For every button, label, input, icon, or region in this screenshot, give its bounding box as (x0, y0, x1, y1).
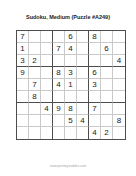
cell-r4c9 (113, 67, 125, 79)
cell-r3c8 (101, 55, 113, 67)
cell-r1c1: 7 (17, 31, 29, 43)
cell-r1c7: 8 (89, 31, 101, 43)
cell-r5c8 (101, 79, 113, 91)
cell-r5c9 (113, 79, 125, 91)
cell-r3c1: 3 (17, 55, 29, 67)
cell-r3c2: 2 (29, 55, 41, 67)
cell-r8c9: 8 (113, 115, 125, 127)
cell-r2c2 (29, 43, 41, 55)
cell-r9c5 (65, 127, 77, 139)
cell-r6c6 (77, 91, 89, 103)
cell-r5c4: 4 (53, 79, 65, 91)
cell-r7c1 (17, 103, 29, 115)
cell-r2c3 (41, 43, 53, 55)
cell-r1c6 (77, 31, 89, 43)
cell-r8c3 (41, 115, 53, 127)
cell-r6c4 (53, 91, 65, 103)
sudoku-grid: 7681746324983674138498754842 (16, 30, 126, 140)
cell-r4c1: 9 (17, 67, 29, 79)
cell-r4c7: 6 (89, 67, 101, 79)
cell-r7c5: 8 (65, 103, 77, 115)
cell-r2c9 (113, 43, 125, 55)
cell-r6c1 (17, 91, 29, 103)
cell-r3c9: 4 (113, 55, 125, 67)
cell-r2c7 (89, 43, 101, 55)
cell-r1c5: 6 (65, 31, 77, 43)
cell-r3c3 (41, 55, 53, 67)
cell-r4c4: 8 (53, 67, 65, 79)
cell-r2c6 (77, 43, 89, 55)
cell-r9c6 (77, 127, 89, 139)
cell-r8c7 (89, 115, 101, 127)
cell-r9c3 (41, 127, 53, 139)
cell-r9c2 (29, 127, 41, 139)
cell-r5c1 (17, 79, 29, 91)
cell-r3c5 (65, 55, 77, 67)
cell-r5c7: 3 (89, 79, 101, 91)
cell-r1c3 (41, 31, 53, 43)
cell-r7c6 (77, 103, 89, 115)
cell-r7c7: 7 (89, 103, 101, 115)
cell-r2c5: 4 (65, 43, 77, 55)
cell-r6c9 (113, 91, 125, 103)
cell-r5c5: 1 (65, 79, 77, 91)
cell-r9c1 (17, 127, 29, 139)
cell-r5c2: 7 (29, 79, 41, 91)
cell-r8c2 (29, 115, 41, 127)
cell-r9c8: 2 (101, 127, 113, 139)
cell-r3c4 (53, 55, 65, 67)
cell-r4c2 (29, 67, 41, 79)
cell-r1c8 (101, 31, 113, 43)
cell-r1c2 (29, 31, 41, 43)
cell-r9c9 (113, 127, 125, 139)
cell-r7c9 (113, 103, 125, 115)
cell-r6c7 (89, 91, 101, 103)
cell-r3c7 (89, 55, 101, 67)
cell-r4c6 (77, 67, 89, 79)
cell-r8c6: 4 (77, 115, 89, 127)
cell-r6c2: 8 (29, 91, 41, 103)
cell-r7c2 (29, 103, 41, 115)
cell-r9c4 (53, 127, 65, 139)
cell-r4c3 (41, 67, 53, 79)
cell-r8c5: 5 (65, 115, 77, 127)
cell-r8c1 (17, 115, 29, 127)
cell-r4c5: 3 (65, 67, 77, 79)
cell-r8c4 (53, 115, 65, 127)
cell-r4c8 (101, 67, 113, 79)
cell-r6c8 (101, 91, 113, 103)
cell-r7c8 (101, 103, 113, 115)
cell-r1c9 (113, 31, 125, 43)
cell-r2c8: 6 (101, 43, 113, 55)
puzzle-title: Sudoku, Medium (Puzzle #A249) (0, 14, 136, 20)
cell-r9c7: 4 (89, 127, 101, 139)
cell-r8c8 (101, 115, 113, 127)
cell-r1c4 (53, 31, 65, 43)
cell-r7c4: 9 (53, 103, 65, 115)
cell-r2c1: 1 (17, 43, 29, 55)
footer-url: www.printmysudoku.com (31, 164, 106, 167)
cell-r6c3 (41, 91, 53, 103)
cell-r7c3: 4 (41, 103, 53, 115)
cell-r5c6 (77, 79, 89, 91)
cell-r2c4: 7 (53, 43, 65, 55)
cell-r5c3 (41, 79, 53, 91)
cell-r3c6 (77, 55, 89, 67)
cell-r6c5 (65, 91, 77, 103)
